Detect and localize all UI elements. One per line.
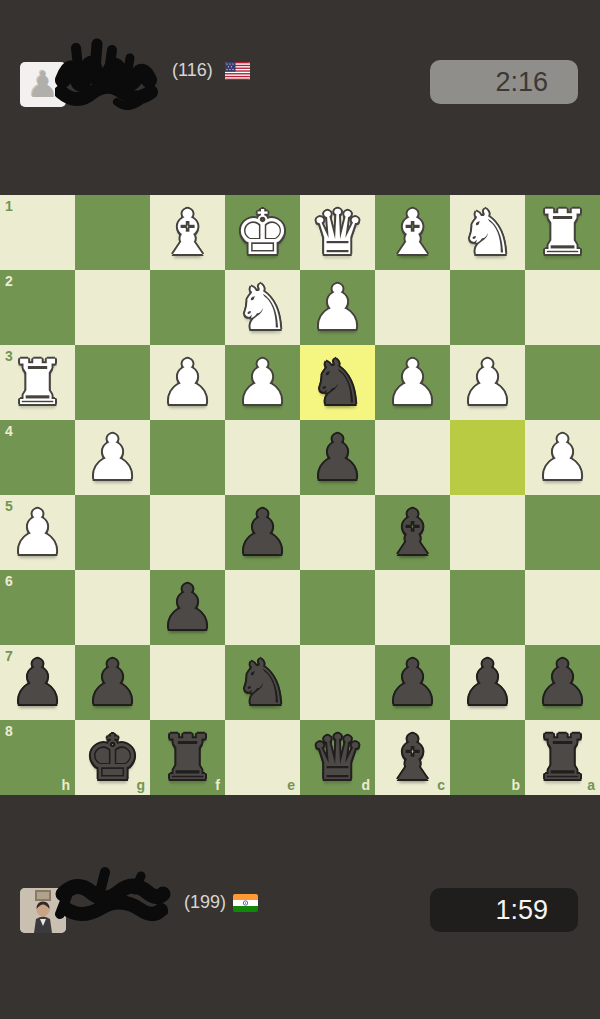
square-c2[interactable]: [375, 270, 450, 345]
square-a1[interactable]: ♜: [525, 195, 600, 270]
square-h4[interactable]: 4: [0, 420, 75, 495]
square-b4[interactable]: [450, 420, 525, 495]
square-b5[interactable]: [450, 495, 525, 570]
player-rating: (199): [184, 893, 226, 912]
square-g8[interactable]: g♚: [75, 720, 150, 795]
square-f2[interactable]: [150, 270, 225, 345]
white-pawn[interactable]: ♟: [160, 345, 216, 420]
black-pawn[interactable]: ♟: [310, 420, 366, 495]
square-g6[interactable]: [75, 570, 150, 645]
white-rook[interactable]: ♜: [535, 195, 591, 270]
black-king[interactable]: ♚: [85, 720, 141, 795]
white-knight[interactable]: ♞: [235, 270, 291, 345]
square-c8[interactable]: c♝: [375, 720, 450, 795]
square-c1[interactable]: ♝: [375, 195, 450, 270]
white-queen[interactable]: ♛: [310, 195, 366, 270]
square-b2[interactable]: [450, 270, 525, 345]
white-pawn[interactable]: ♟: [385, 345, 441, 420]
square-c6[interactable]: [375, 570, 450, 645]
square-h5[interactable]: 5♟: [0, 495, 75, 570]
square-f6[interactable]: ♟: [150, 570, 225, 645]
rank-label-1: 1: [5, 198, 13, 214]
square-g5[interactable]: [75, 495, 150, 570]
square-c4[interactable]: [375, 420, 450, 495]
black-rook[interactable]: ♜: [535, 720, 591, 795]
square-d6[interactable]: [300, 570, 375, 645]
square-d4[interactable]: ♟: [300, 420, 375, 495]
square-a4[interactable]: ♟: [525, 420, 600, 495]
square-c3[interactable]: ♟: [375, 345, 450, 420]
black-pawn[interactable]: ♟: [160, 570, 216, 645]
square-h2[interactable]: 2: [0, 270, 75, 345]
square-f3[interactable]: ♟: [150, 345, 225, 420]
player-clock: 1:59: [430, 888, 578, 932]
redacted-player-name: [55, 866, 173, 930]
black-knight[interactable]: ♞: [235, 645, 291, 720]
file-label-h: h: [61, 777, 70, 793]
black-queen[interactable]: ♛: [310, 720, 366, 795]
white-pawn[interactable]: ♟: [85, 420, 141, 495]
square-a8[interactable]: a♜: [525, 720, 600, 795]
square-b1[interactable]: ♞: [450, 195, 525, 270]
square-g2[interactable]: [75, 270, 150, 345]
white-bishop[interactable]: ♝: [160, 195, 216, 270]
opponent-clock: 2:16: [430, 60, 578, 104]
rank-label-8: 8: [5, 723, 13, 739]
square-f7[interactable]: [150, 645, 225, 720]
white-king[interactable]: ♚: [235, 195, 291, 270]
square-b7[interactable]: ♟: [450, 645, 525, 720]
us-flag-icon: [225, 62, 250, 80]
square-h8[interactable]: 8h: [0, 720, 75, 795]
square-e5[interactable]: ♟: [225, 495, 300, 570]
white-knight[interactable]: ♞: [460, 195, 516, 270]
black-knight[interactable]: ♞: [310, 345, 366, 420]
white-pawn[interactable]: ♟: [10, 495, 66, 570]
chess-board[interactable]: 1♝♚♛♝♞♜2♞♟3♜♟♟♞♟♟4♟♟♟5♟♟♝6♟7♟♟♞♟♟♟8hg♚f♜…: [0, 195, 600, 795]
square-g7[interactable]: ♟: [75, 645, 150, 720]
square-a5[interactable]: [525, 495, 600, 570]
square-h6[interactable]: 6: [0, 570, 75, 645]
black-pawn[interactable]: ♟: [10, 645, 66, 720]
square-f4[interactable]: [150, 420, 225, 495]
square-d1[interactable]: ♛: [300, 195, 375, 270]
white-bishop[interactable]: ♝: [385, 195, 441, 270]
square-e3[interactable]: ♟: [225, 345, 300, 420]
square-e2[interactable]: ♞: [225, 270, 300, 345]
black-bishop[interactable]: ♝: [385, 495, 441, 570]
square-a7[interactable]: ♟: [525, 645, 600, 720]
square-c5[interactable]: ♝: [375, 495, 450, 570]
india-flag-icon: [233, 894, 258, 912]
square-e4[interactable]: [225, 420, 300, 495]
square-d7[interactable]: [300, 645, 375, 720]
square-c7[interactable]: ♟: [375, 645, 450, 720]
black-pawn[interactable]: ♟: [385, 645, 441, 720]
square-d8[interactable]: d♛: [300, 720, 375, 795]
black-pawn[interactable]: ♟: [85, 645, 141, 720]
square-h7[interactable]: 7♟: [0, 645, 75, 720]
redacted-opponent-name: [55, 36, 160, 112]
rank-label-2: 2: [5, 273, 13, 289]
file-label-f: f: [215, 777, 220, 793]
black-pawn[interactable]: ♟: [535, 645, 591, 720]
square-h3[interactable]: 3♜: [0, 345, 75, 420]
square-d3[interactable]: ♞: [300, 345, 375, 420]
square-h1[interactable]: 1: [0, 195, 75, 270]
rank-label-4: 4: [5, 423, 13, 439]
square-d5[interactable]: [300, 495, 375, 570]
black-rook[interactable]: ♜: [160, 720, 216, 795]
square-e6[interactable]: [225, 570, 300, 645]
black-pawn[interactable]: ♟: [460, 645, 516, 720]
square-f8[interactable]: f♜: [150, 720, 225, 795]
square-d2[interactable]: ♟: [300, 270, 375, 345]
square-g1[interactable]: [75, 195, 150, 270]
opponent-rating: (116): [172, 61, 213, 80]
square-f5[interactable]: [150, 495, 225, 570]
square-b8[interactable]: b: [450, 720, 525, 795]
square-f1[interactable]: ♝: [150, 195, 225, 270]
square-b3[interactable]: ♟: [450, 345, 525, 420]
square-a6[interactable]: [525, 570, 600, 645]
black-bishop[interactable]: ♝: [385, 720, 441, 795]
square-b6[interactable]: [450, 570, 525, 645]
square-e1[interactable]: ♚: [225, 195, 300, 270]
white-pawn[interactable]: ♟: [535, 420, 591, 495]
rank-label-6: 6: [5, 573, 13, 589]
white-pawn[interactable]: ♟: [235, 345, 291, 420]
square-g3[interactable]: [75, 345, 150, 420]
square-g4[interactable]: ♟: [75, 420, 150, 495]
chess-app-screen: ♟ (116) 2:16 1♝♚♛♝♞♜2♞♟3♜♟♟♞♟♟4♟♟♟5♟♟: [0, 0, 600, 1019]
square-a2[interactable]: [525, 270, 600, 345]
white-rook[interactable]: ♜: [10, 345, 66, 420]
file-label-b: b: [511, 777, 520, 793]
black-pawn[interactable]: ♟: [235, 495, 291, 570]
square-a3[interactable]: [525, 345, 600, 420]
white-pawn[interactable]: ♟: [310, 270, 366, 345]
file-label-e: e: [287, 777, 295, 793]
square-e8[interactable]: e: [225, 720, 300, 795]
white-pawn[interactable]: ♟: [460, 345, 516, 420]
square-e7[interactable]: ♞: [225, 645, 300, 720]
